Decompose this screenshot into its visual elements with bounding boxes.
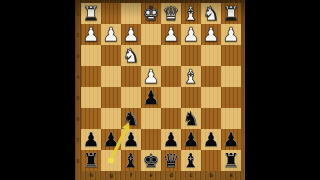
black-knight[interactable]: ♞ [182, 108, 199, 129]
white-pawn[interactable]: ♟ [82, 24, 99, 45]
black-king[interactable]: ♚ [142, 150, 159, 171]
file-label-e: e [141, 172, 161, 179]
black-rook[interactable]: ♜ [222, 150, 239, 171]
square-a3[interactable] [221, 45, 241, 66]
square-a8[interactable]: ♜ [221, 150, 241, 171]
rank-label-4: 4 [75, 74, 81, 80]
square-f5[interactable] [121, 87, 141, 108]
square-e8[interactable]: ♚ [141, 150, 161, 171]
square-h6[interactable] [81, 108, 101, 129]
square-d7[interactable]: ♟ [161, 129, 181, 150]
white-knight[interactable]: ♞ [202, 3, 219, 24]
square-b3[interactable] [201, 45, 221, 66]
square-b8[interactable] [201, 150, 221, 171]
square-e5[interactable]: ♟ [141, 87, 161, 108]
square-c2[interactable]: ♟ [181, 24, 201, 45]
square-e7[interactable] [141, 129, 161, 150]
square-f4[interactable] [121, 66, 141, 87]
square-c7[interactable]: ♟ [181, 129, 201, 150]
white-bishop[interactable]: ♝ [182, 3, 199, 24]
black-pawn[interactable]: ♟ [202, 129, 219, 150]
file-label-g: g [101, 172, 121, 179]
square-g8[interactable] [101, 150, 121, 171]
white-rook[interactable]: ♜ [222, 3, 239, 24]
square-a4[interactable] [221, 66, 241, 87]
white-pawn[interactable]: ♟ [102, 24, 119, 45]
white-pawn[interactable]: ♟ [182, 24, 199, 45]
white-pawn[interactable]: ♟ [122, 24, 139, 45]
letterbox-left [0, 0, 75, 180]
square-h2[interactable]: ♟ [81, 24, 101, 45]
file-label-h: h [81, 172, 101, 179]
black-pawn[interactable]: ♟ [182, 129, 199, 150]
white-king[interactable]: ♚ [142, 3, 159, 24]
white-queen[interactable]: ♛ [162, 3, 179, 24]
square-c8[interactable]: ♝ [181, 150, 201, 171]
square-e6[interactable] [141, 108, 161, 129]
square-b6[interactable] [201, 108, 221, 129]
black-bishop[interactable]: ♝ [182, 150, 199, 171]
square-e3[interactable] [141, 45, 161, 66]
square-g6[interactable] [101, 108, 121, 129]
square-a7[interactable]: ♟ [221, 129, 241, 150]
square-b2[interactable]: ♟ [201, 24, 221, 45]
square-e4[interactable]: ♟ [141, 66, 161, 87]
square-e1[interactable]: ♚ [141, 3, 161, 24]
rank-label-8: 8 [75, 158, 81, 164]
white-pawn[interactable]: ♟ [222, 24, 239, 45]
file-label-f: f [121, 172, 141, 179]
square-c5[interactable] [181, 87, 201, 108]
black-queen[interactable]: ♛ [162, 150, 179, 171]
white-pawn[interactable]: ♟ [202, 24, 219, 45]
black-knight[interactable]: ♞ [122, 108, 139, 129]
square-h7[interactable]: ♟ [81, 129, 101, 150]
square-c1[interactable]: ♝ [181, 3, 201, 24]
square-d3[interactable] [161, 45, 181, 66]
rank-label-6: 6 [75, 116, 81, 122]
square-c4[interactable]: ♝ [181, 66, 201, 87]
black-rook[interactable]: ♜ [82, 150, 99, 171]
square-a6[interactable] [221, 108, 241, 129]
square-g2[interactable]: ♟ [101, 24, 121, 45]
square-a5[interactable] [221, 87, 241, 108]
square-e2[interactable] [141, 24, 161, 45]
square-h1[interactable]: ♜ [81, 3, 101, 24]
square-d2[interactable]: ♟ [161, 24, 181, 45]
square-a2[interactable]: ♟ [221, 24, 241, 45]
square-f6[interactable]: ♞ [121, 108, 141, 129]
file-label-b: b [201, 172, 221, 179]
rank-label-2: 2 [75, 32, 81, 38]
rank-label-5: 5 [75, 95, 81, 101]
square-h3[interactable] [81, 45, 101, 66]
square-d6[interactable] [161, 108, 181, 129]
square-c6[interactable]: ♞ [181, 108, 201, 129]
square-d5[interactable] [161, 87, 181, 108]
letterbox-right [245, 0, 320, 180]
white-rook[interactable]: ♜ [82, 3, 99, 24]
white-bishop[interactable]: ♝ [182, 66, 199, 87]
square-h5[interactable] [81, 87, 101, 108]
square-b1[interactable]: ♞ [201, 3, 221, 24]
square-d1[interactable]: ♛ [161, 3, 181, 24]
black-pawn[interactable]: ♟ [82, 129, 99, 150]
file-label-a: a [221, 172, 241, 179]
square-f2[interactable]: ♟ [121, 24, 141, 45]
square-f7[interactable]: ♟ [121, 129, 141, 150]
square-g1[interactable] [101, 3, 121, 24]
square-f8[interactable]: ♝ [121, 150, 141, 171]
square-f3[interactable]: ♞ [121, 45, 141, 66]
video-frame: ♜♚♛♝♞♜♟♟♟♟♟♟♟♞♟♝♟♞♞♟♟♟♟♟♟♟♜♝♚♛♝♜ 1234567… [0, 0, 320, 180]
white-knight[interactable]: ♞ [122, 45, 139, 66]
square-b4[interactable] [201, 66, 221, 87]
black-pawn[interactable]: ♟ [102, 129, 119, 150]
chess-board: ♜♚♛♝♞♜♟♟♟♟♟♟♟♞♟♝♟♞♞♟♟♟♟♟♟♟♜♝♚♛♝♜ 1234567… [75, 0, 245, 180]
white-pawn[interactable]: ♟ [162, 24, 179, 45]
black-pawn[interactable]: ♟ [222, 129, 239, 150]
file-label-c: c [181, 172, 201, 179]
square-g3[interactable] [101, 45, 121, 66]
square-b5[interactable] [201, 87, 221, 108]
square-b7[interactable]: ♟ [201, 129, 221, 150]
black-bishop[interactable]: ♝ [122, 150, 139, 171]
rank-label-3: 3 [75, 53, 81, 59]
square-d8[interactable]: ♛ [161, 150, 181, 171]
square-f1[interactable] [121, 3, 141, 24]
rank-label-1: 1 [75, 11, 81, 17]
square-g5[interactable] [101, 87, 121, 108]
square-h8[interactable]: ♜ [81, 150, 101, 171]
square-g4[interactable] [101, 66, 121, 87]
black-pawn[interactable]: ♟ [162, 129, 179, 150]
square-a1[interactable]: ♜ [221, 3, 241, 24]
square-c3[interactable] [181, 45, 201, 66]
rank-label-7: 7 [75, 137, 81, 143]
black-pawn[interactable]: ♟ [142, 87, 159, 108]
white-pawn[interactable]: ♟ [142, 66, 159, 87]
square-h4[interactable] [81, 66, 101, 87]
black-pawn[interactable]: ♟ [122, 129, 139, 150]
square-g7[interactable]: ♟ [101, 129, 121, 150]
board-squares: ♜♚♛♝♞♜♟♟♟♟♟♟♟♞♟♝♟♞♞♟♟♟♟♟♟♟♜♝♚♛♝♜ [81, 3, 241, 171]
square-d4[interactable] [161, 66, 181, 87]
file-label-d: d [161, 172, 181, 179]
